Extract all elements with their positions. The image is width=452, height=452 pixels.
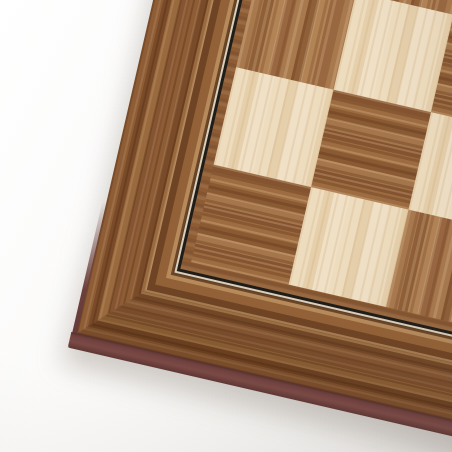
product-photo-scene (0, 0, 452, 452)
chess-board (76, 0, 452, 452)
